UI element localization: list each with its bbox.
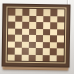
board-square — [57, 55, 64, 62]
chess-board — [1, 3, 70, 70]
board-square — [57, 48, 64, 55]
board-square — [50, 55, 57, 62]
photo-background — [0, 0, 74, 74]
frame-inlay-border — [6, 7, 67, 64]
board-grid — [8, 9, 65, 62]
board-square — [57, 22, 64, 29]
board-square — [22, 54, 29, 61]
board-frame — [2, 3, 71, 67]
